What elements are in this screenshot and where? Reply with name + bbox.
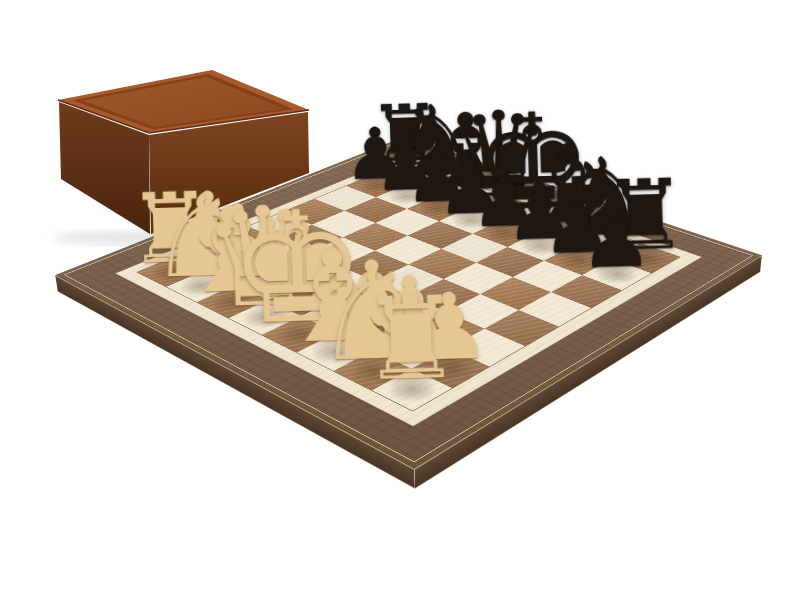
piece-white-rook-h1[interactable]: ♜: [327, 290, 494, 391]
scene-tilt: ♜♞♝♛♚♝♞♜♟♟♟♟♟♟♟♟♟♟♟♟♟♟♟♟♜♞♝♛♚♝♞♜: [0, 0, 800, 600]
pieces-layer: ♜♞♝♛♚♝♞♜♟♟♟♟♟♟♟♟♟♟♟♟♟♟♟♟♜♞♝♛♚♝♞♜: [55, 137, 762, 469]
chessboard-scene: ♜♞♝♛♚♝♞♜♟♟♟♟♟♟♟♟♟♟♟♟♟♟♟♟♜♞♝♛♚♝♞♜: [0, 0, 800, 600]
chess-board: ♜♞♝♛♚♝♞♜♟♟♟♟♟♟♟♟♟♟♟♟♟♟♟♟♜♞♝♛♚♝♞♜: [54, 137, 762, 470]
piece-black-pawn-h7[interactable]: ♟: [543, 202, 688, 275]
chess-set-photo: Overhead product photo of a wooden chess…: [0, 0, 800, 600]
scene-perspective: ♜♞♝♛♚♝♞♜♟♟♟♟♟♟♟♟♟♟♟♟♟♟♟♟♜♞♝♛♚♝♞♜: [0, 0, 800, 600]
